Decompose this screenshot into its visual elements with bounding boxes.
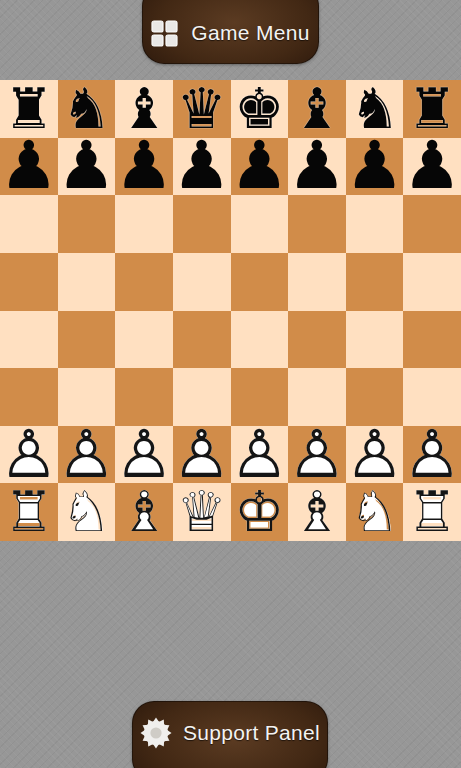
black-pawn[interactable]: ♟ xyxy=(346,138,404,196)
square-a5[interactable] xyxy=(0,253,58,311)
square-g1[interactable]: ♞♘ xyxy=(346,483,404,541)
white-bishop[interactable]: ♗ xyxy=(115,483,173,541)
square-f2[interactable]: ♟♙ xyxy=(288,426,346,484)
square-b6[interactable] xyxy=(58,195,116,253)
square-g4[interactable] xyxy=(346,311,404,369)
square-e7[interactable]: ♟ xyxy=(231,138,289,196)
square-c6[interactable] xyxy=(115,195,173,253)
white-pawn[interactable]: ♙ xyxy=(173,426,231,484)
white-rook[interactable]: ♖ xyxy=(403,483,461,541)
black-pawn[interactable]: ♟ xyxy=(288,138,346,196)
white-rook[interactable]: ♖ xyxy=(0,483,58,541)
square-e5[interactable] xyxy=(231,253,289,311)
square-b4[interactable] xyxy=(58,311,116,369)
square-h2[interactable]: ♟♙ xyxy=(403,426,461,484)
white-pawn[interactable]: ♙ xyxy=(58,426,116,484)
square-b5[interactable] xyxy=(58,253,116,311)
white-knight[interactable]: ♘ xyxy=(58,483,116,541)
square-a1[interactable]: ♜♖ xyxy=(0,483,58,541)
square-d6[interactable] xyxy=(173,195,231,253)
support-panel-button[interactable]: Support Panel xyxy=(132,701,328,768)
square-c7[interactable]: ♟ xyxy=(115,138,173,196)
game-menu-label: Game Menu xyxy=(191,21,309,45)
square-c1[interactable]: ♝♗ xyxy=(115,483,173,541)
square-h7[interactable]: ♟ xyxy=(403,138,461,196)
square-a6[interactable] xyxy=(0,195,58,253)
square-h4[interactable] xyxy=(403,311,461,369)
square-e2[interactable]: ♟♙ xyxy=(231,426,289,484)
square-c4[interactable] xyxy=(115,311,173,369)
white-pawn[interactable]: ♙ xyxy=(115,426,173,484)
black-pawn[interactable]: ♟ xyxy=(231,138,289,196)
square-a7[interactable]: ♟ xyxy=(0,138,58,196)
white-king[interactable]: ♔ xyxy=(231,483,289,541)
white-pawn[interactable]: ♙ xyxy=(288,426,346,484)
sun-icon xyxy=(140,717,172,749)
square-h1[interactable]: ♜♖ xyxy=(403,483,461,541)
square-d2[interactable]: ♟♙ xyxy=(173,426,231,484)
square-b1[interactable]: ♞♘ xyxy=(58,483,116,541)
white-queen[interactable]: ♕ xyxy=(173,483,231,541)
square-e4[interactable] xyxy=(231,311,289,369)
square-g6[interactable] xyxy=(346,195,404,253)
square-d5[interactable] xyxy=(173,253,231,311)
chess-board[interactable]: ♜♞♝♛♚♝♞♜♟♟♟♟♟♟♟♟♟♙♟♙♟♙♟♙♟♙♟♙♟♙♟♙♜♖♞♘♝♗♛♕… xyxy=(0,80,461,541)
square-a4[interactable] xyxy=(0,311,58,369)
square-b7[interactable]: ♟ xyxy=(58,138,116,196)
square-b2[interactable]: ♟♙ xyxy=(58,426,116,484)
square-d4[interactable] xyxy=(173,311,231,369)
white-pawn[interactable]: ♙ xyxy=(0,426,58,484)
square-g7[interactable]: ♟ xyxy=(346,138,404,196)
white-pawn[interactable]: ♙ xyxy=(403,426,461,484)
square-h5[interactable] xyxy=(403,253,461,311)
grid-icon xyxy=(151,20,178,47)
black-pawn[interactable]: ♟ xyxy=(0,138,58,196)
black-pawn[interactable]: ♟ xyxy=(115,138,173,196)
support-panel-label: Support Panel xyxy=(183,721,320,745)
white-bishop[interactable]: ♗ xyxy=(288,483,346,541)
white-pawn[interactable]: ♙ xyxy=(231,426,289,484)
square-f1[interactable]: ♝♗ xyxy=(288,483,346,541)
square-e1[interactable]: ♚♔ xyxy=(231,483,289,541)
black-pawn[interactable]: ♟ xyxy=(173,138,231,196)
square-f4[interactable] xyxy=(288,311,346,369)
white-knight[interactable]: ♘ xyxy=(346,483,404,541)
square-e6[interactable] xyxy=(231,195,289,253)
game-menu-button[interactable]: Game Menu xyxy=(142,0,319,64)
square-g5[interactable] xyxy=(346,253,404,311)
square-d7[interactable]: ♟ xyxy=(173,138,231,196)
square-a2[interactable]: ♟♙ xyxy=(0,426,58,484)
square-c5[interactable] xyxy=(115,253,173,311)
square-c2[interactable]: ♟♙ xyxy=(115,426,173,484)
square-f6[interactable] xyxy=(288,195,346,253)
square-f5[interactable] xyxy=(288,253,346,311)
square-h6[interactable] xyxy=(403,195,461,253)
black-pawn[interactable]: ♟ xyxy=(403,138,461,196)
white-pawn[interactable]: ♙ xyxy=(346,426,404,484)
square-g2[interactable]: ♟♙ xyxy=(346,426,404,484)
black-pawn[interactable]: ♟ xyxy=(58,138,116,196)
square-f7[interactable]: ♟ xyxy=(288,138,346,196)
square-d1[interactable]: ♛♕ xyxy=(173,483,231,541)
